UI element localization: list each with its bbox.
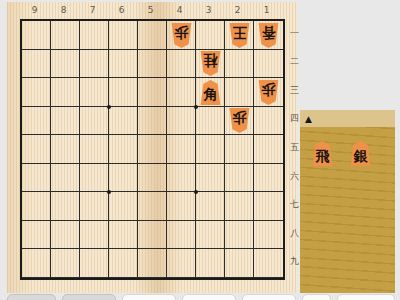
square-1一: 香	[254, 21, 283, 50]
hand-silver[interactable]: 銀	[350, 141, 371, 166]
board-cell[interactable]	[225, 135, 254, 164]
sente-hand-tray: ▲ 飛銀	[300, 110, 395, 293]
board-cell[interactable]	[22, 135, 51, 164]
footer-button[interactable]	[242, 294, 296, 300]
board-cell[interactable]	[109, 249, 138, 278]
gote-pawn[interactable]: 歩	[171, 23, 192, 48]
board-cell[interactable]	[51, 135, 80, 164]
file-label: 3	[194, 4, 223, 17]
footer-button[interactable]	[302, 294, 331, 300]
board-cell[interactable]	[196, 21, 225, 50]
board-cell[interactable]	[22, 249, 51, 278]
board-cell[interactable]	[138, 50, 167, 79]
board-cell[interactable]	[225, 192, 254, 221]
board-cell[interactable]	[254, 50, 283, 79]
square-4一: 歩	[167, 21, 196, 50]
board-cell[interactable]	[109, 192, 138, 221]
board-cell[interactable]	[167, 107, 196, 136]
board-cell[interactable]	[51, 249, 80, 278]
hand-slot: 銀	[350, 141, 371, 166]
board-cell[interactable]	[138, 107, 167, 136]
footer-button[interactable]	[182, 294, 236, 300]
file-label: 6	[107, 4, 136, 17]
hoshi-dot	[107, 105, 111, 109]
gote-king[interactable]: 王	[229, 23, 250, 48]
board-cell[interactable]	[138, 164, 167, 193]
board-cell[interactable]	[225, 164, 254, 193]
board-cell[interactable]	[51, 192, 80, 221]
shogi-board-panel: 987654321 一二三四五六七八九 歩王香桂角歩歩	[7, 2, 297, 293]
board-cell[interactable]	[254, 107, 283, 136]
board-cell[interactable]	[51, 50, 80, 79]
file-label: 5	[136, 4, 165, 17]
board-cell[interactable]	[109, 21, 138, 50]
board-cell[interactable]	[80, 78, 109, 107]
gote-lance[interactable]: 香	[258, 23, 279, 48]
gote-pawn[interactable]: 歩	[229, 108, 250, 133]
board-cell[interactable]	[80, 21, 109, 50]
board-cell[interactable]	[254, 164, 283, 193]
board-cell[interactable]	[80, 221, 109, 250]
board-cell[interactable]	[254, 249, 283, 278]
board-cell[interactable]	[254, 221, 283, 250]
square-3二: 桂	[196, 50, 225, 79]
board-cell[interactable]	[167, 221, 196, 250]
board-cell[interactable]	[22, 192, 51, 221]
sente-to-move-marker: ▲	[305, 114, 312, 124]
board-cell[interactable]	[138, 78, 167, 107]
board-cell[interactable]	[51, 164, 80, 193]
board-cell[interactable]	[109, 50, 138, 79]
board-cell[interactable]	[22, 78, 51, 107]
board-cell[interactable]	[167, 50, 196, 79]
square-2四: 歩	[225, 107, 254, 136]
board-cell[interactable]	[225, 78, 254, 107]
file-label: 4	[165, 4, 194, 17]
board-cell[interactable]	[196, 192, 225, 221]
board-cell[interactable]	[138, 192, 167, 221]
board-cell[interactable]	[22, 21, 51, 50]
footer-button[interactable]	[7, 294, 56, 300]
file-label: 2	[223, 4, 252, 17]
board-cell[interactable]	[138, 249, 167, 278]
board-cell[interactable]	[51, 107, 80, 136]
board-cell[interactable]	[254, 192, 283, 221]
footer-button[interactable]	[122, 294, 176, 300]
board-cell[interactable]	[225, 221, 254, 250]
gote-knight[interactable]: 桂	[200, 51, 221, 76]
board-cell[interactable]	[138, 21, 167, 50]
file-label: 8	[49, 4, 78, 17]
board-cell[interactable]	[51, 21, 80, 50]
board-grid[interactable]: 歩王香桂角歩歩	[20, 19, 285, 280]
file-label: 7	[78, 4, 107, 17]
board-cell[interactable]	[167, 164, 196, 193]
board-cell[interactable]	[51, 221, 80, 250]
board-cell[interactable]	[196, 221, 225, 250]
sente-bishop[interactable]: 角	[200, 80, 221, 105]
board-cell[interactable]	[109, 135, 138, 164]
board-cell[interactable]	[167, 192, 196, 221]
board-cell[interactable]	[196, 107, 225, 136]
square-3三: 角	[196, 78, 225, 107]
board-cell[interactable]	[254, 135, 283, 164]
footer-button[interactable]	[337, 294, 395, 300]
board-cell[interactable]	[109, 78, 138, 107]
hoshi-dot	[107, 190, 111, 194]
board-cell[interactable]	[167, 78, 196, 107]
rank-label: 二	[287, 48, 302, 77]
board-cell[interactable]	[80, 107, 109, 136]
rank-label: 三	[287, 76, 302, 105]
hand-slot: 飛	[312, 141, 333, 166]
board-cell[interactable]	[22, 221, 51, 250]
board-cell[interactable]	[51, 78, 80, 107]
board-cell[interactable]	[109, 221, 138, 250]
square-1三: 歩	[254, 78, 283, 107]
file-labels: 987654321	[20, 4, 281, 17]
board-cell[interactable]	[80, 50, 109, 79]
board-cell[interactable]	[196, 135, 225, 164]
board-cell[interactable]	[225, 249, 254, 278]
square-2一: 王	[225, 21, 254, 50]
board-cell[interactable]	[80, 164, 109, 193]
board-cell[interactable]	[22, 50, 51, 79]
board-cell[interactable]	[109, 107, 138, 136]
board-cell[interactable]	[138, 221, 167, 250]
board-cell[interactable]	[167, 249, 196, 278]
board-cell[interactable]	[196, 249, 225, 278]
file-label: 1	[252, 4, 281, 17]
board-cell[interactable]	[22, 164, 51, 193]
board-cell[interactable]	[138, 135, 167, 164]
board-cell[interactable]	[80, 192, 109, 221]
hand-rook[interactable]: 飛	[312, 141, 333, 166]
board-cell[interactable]	[22, 107, 51, 136]
gote-pawn[interactable]: 歩	[258, 80, 279, 105]
rank-label: 一	[287, 19, 302, 48]
file-label: 9	[20, 4, 49, 17]
board-cell[interactable]	[167, 135, 196, 164]
hand-tray-header: ▲	[300, 110, 395, 127]
board-cell[interactable]	[225, 50, 254, 79]
hoshi-dot	[194, 190, 198, 194]
board-cell[interactable]	[80, 249, 109, 278]
board-cell[interactable]	[196, 164, 225, 193]
board-cell[interactable]	[109, 164, 138, 193]
footer-button[interactable]	[62, 294, 116, 300]
board-cell[interactable]	[80, 135, 109, 164]
